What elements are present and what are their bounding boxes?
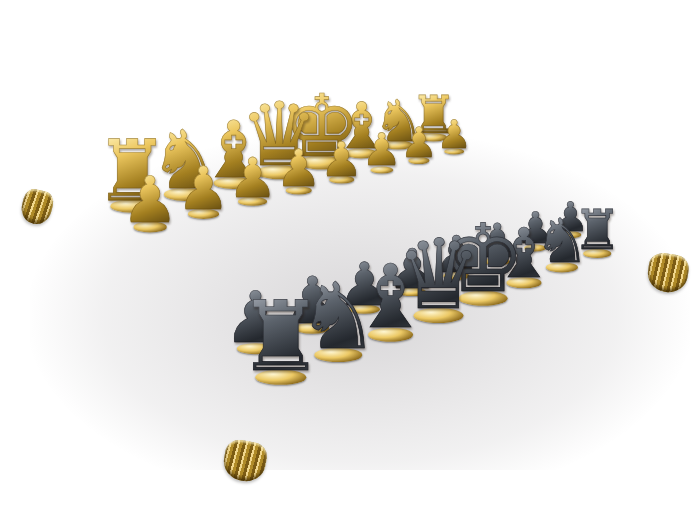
file-label-far-h: H — [404, 121, 428, 130]
board-shadow — [30, 130, 690, 470]
chess-set-photo: AABBCCDDEEFFGGHH8877665544332211 ♜♞♝♛♚♝♞… — [0, 0, 700, 525]
gold-foot-south — [221, 438, 269, 485]
